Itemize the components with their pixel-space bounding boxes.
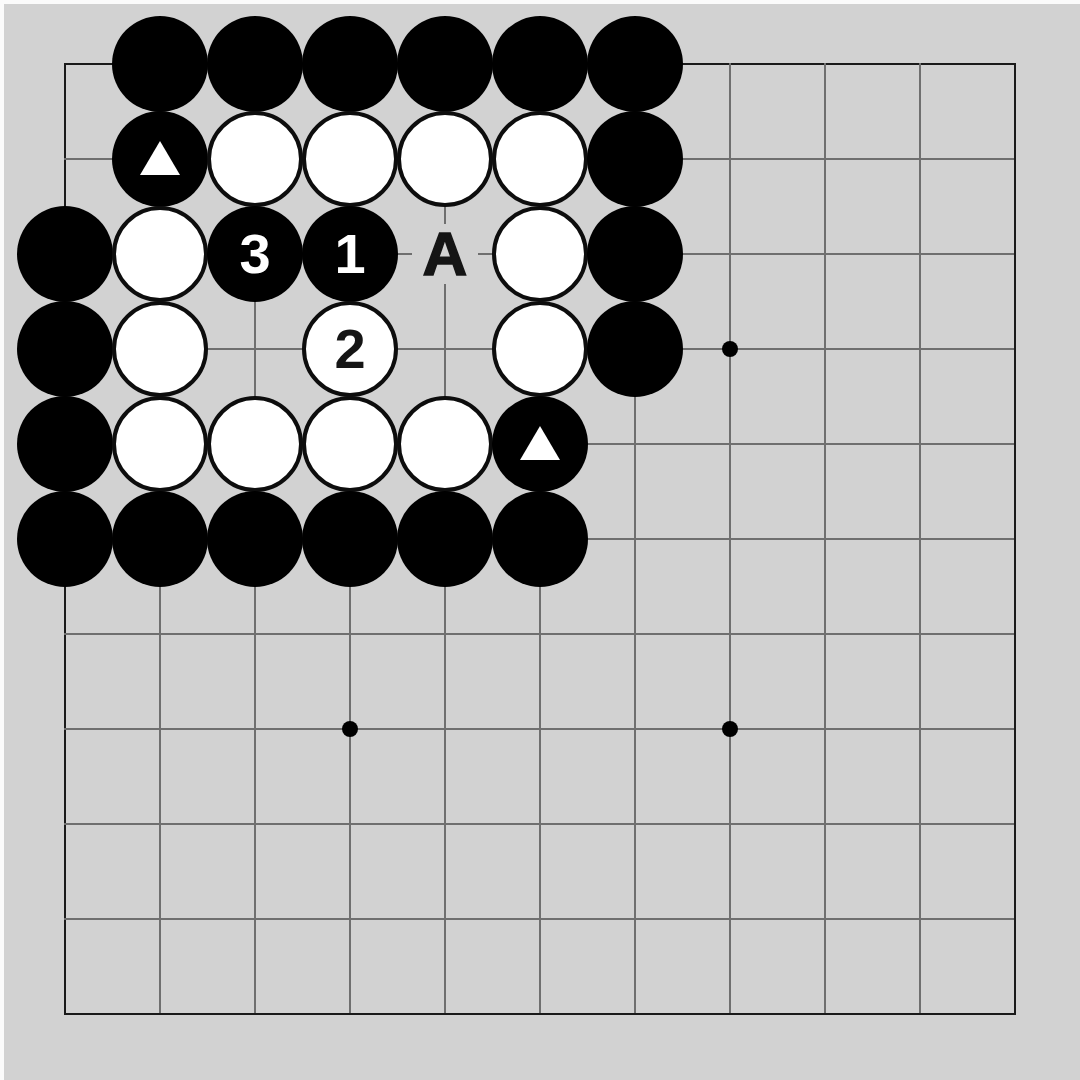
board-edge-line-vertical (1014, 63, 1016, 1015)
image-edge-artifact-left (0, 0, 4, 1080)
move-number-2: 2 (334, 321, 365, 377)
black-stone (492, 491, 588, 587)
white-stone (492, 301, 588, 397)
black-stone (17, 491, 113, 587)
move-number-3: 3 (239, 226, 270, 282)
star-point (722, 341, 738, 357)
triangle-marker-icon (520, 426, 560, 460)
board-edge-line-horizontal (64, 1013, 1016, 1015)
grid-line-horizontal (64, 918, 1016, 920)
black-stone (207, 491, 303, 587)
black-stone (112, 491, 208, 587)
black-stone: 1 (302, 206, 398, 302)
black-stone (17, 396, 113, 492)
black-stone (112, 16, 208, 112)
black-stone (17, 301, 113, 397)
white-stone (492, 111, 588, 207)
go-board-diagram: A312 (0, 0, 1080, 1080)
white-stone (112, 396, 208, 492)
white-stone (397, 396, 493, 492)
white-stone (112, 301, 208, 397)
black-stone (302, 16, 398, 112)
grid-line-horizontal (64, 823, 1016, 825)
black-stone (587, 206, 683, 302)
black-stone (587, 111, 683, 207)
black-stone (492, 396, 588, 492)
white-stone: 2 (302, 301, 398, 397)
star-point (722, 721, 738, 737)
black-stone (17, 206, 113, 302)
white-stone (492, 206, 588, 302)
grid-line-vertical (824, 63, 826, 1015)
black-stone (587, 16, 683, 112)
grid-line-vertical (729, 63, 731, 1015)
point-label-a: A (412, 224, 478, 284)
white-stone (302, 396, 398, 492)
black-stone (587, 301, 683, 397)
grid-line-horizontal (64, 633, 1016, 635)
triangle-marker-icon (140, 141, 180, 175)
white-stone (112, 206, 208, 302)
black-stone: 3 (207, 206, 303, 302)
black-stone (207, 16, 303, 112)
black-stone (112, 111, 208, 207)
black-stone (397, 491, 493, 587)
white-stone (207, 111, 303, 207)
black-stone (302, 491, 398, 587)
white-stone (207, 396, 303, 492)
star-point (342, 721, 358, 737)
move-number-1: 1 (334, 226, 365, 282)
white-stone (302, 111, 398, 207)
white-stone (397, 111, 493, 207)
black-stone (492, 16, 588, 112)
grid-line-horizontal (64, 728, 1016, 730)
grid-line-vertical (919, 63, 921, 1015)
image-edge-artifact-top (0, 0, 1080, 4)
black-stone (397, 16, 493, 112)
